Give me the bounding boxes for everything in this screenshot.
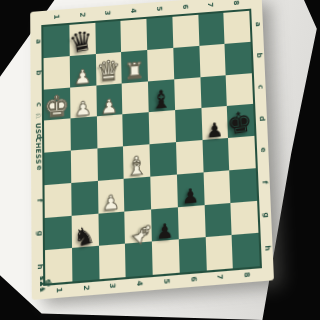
square-f7[interactable]: [203, 170, 231, 205]
coord-bottom-rank-4: 4: [135, 278, 144, 290]
piece-black-pawn-f6[interactable]: ♟: [177, 172, 204, 207]
piece-white-pawn-c3[interactable]: ♟: [96, 83, 123, 117]
square-h7[interactable]: [205, 235, 233, 270]
coord-left-file-c: c: [34, 99, 42, 110]
piece-white-pawn-b2[interactable]: ♟: [69, 54, 95, 87]
photo-frame: ♛♛♜♟♚♟♟♝♚♟♝♟♟♝♞♟ 1122334455667788aabbccd…: [0, 0, 320, 320]
piece-black-queen-a2[interactable]: ♛: [66, 22, 96, 58]
square-b1[interactable]: [44, 56, 70, 89]
square-a8[interactable]: [224, 11, 251, 44]
coord-top-rank-5: 5: [155, 4, 163, 15]
coord-top-rank-2: 2: [78, 10, 86, 21]
square-f5[interactable]: [150, 174, 177, 209]
coord-bottom-rank-3: 3: [108, 280, 117, 292]
square-b5[interactable]: [147, 48, 174, 81]
square-g8[interactable]: [231, 200, 259, 235]
piece-white-pawn-f3[interactable]: ♟: [97, 179, 124, 214]
piece-white-rook-b4[interactable]: ♜: [121, 50, 148, 83]
square-f1[interactable]: [45, 183, 72, 218]
coord-top-rank-7: 7: [206, 0, 214, 10]
square-e1[interactable]: [44, 151, 71, 185]
square-g6[interactable]: [178, 205, 206, 240]
square-h8[interactable]: [232, 233, 260, 268]
coord-right-file-d: d: [257, 113, 266, 124]
square-g3[interactable]: [98, 211, 125, 246]
us-chess-edge-branding: ♘ US CHESS: [33, 112, 43, 160]
square-c8[interactable]: [226, 73, 253, 106]
square-a4[interactable]: [121, 19, 148, 52]
us-chess-corner-logo: ♚ ♞♟♞: [38, 269, 52, 298]
piece-black-bishop-c5[interactable]: ♝: [148, 79, 175, 113]
piece-white-king-c1[interactable]: ♚: [44, 87, 70, 121]
square-e5[interactable]: [149, 142, 176, 176]
square-d2[interactable]: [70, 117, 97, 151]
piece-black-king-d8[interactable]: ♚: [224, 103, 254, 139]
coord-left-file-g: g: [35, 228, 43, 239]
coord-right-file-b: b: [254, 50, 262, 61]
coord-bottom-rank-2: 2: [81, 282, 90, 294]
square-a5[interactable]: [146, 17, 173, 50]
vinyl-chess-mat: ♛♛♜♟♚♟♟♝♚♟♝♟♟♝♞♟ 1122334455667788aabbccd…: [30, 0, 274, 300]
knight-shield-icon: ♘: [33, 112, 42, 121]
square-e2[interactable]: [71, 148, 98, 182]
coord-right-file-a: a: [253, 19, 261, 30]
square-b7[interactable]: [199, 44, 226, 77]
coord-top-rank-3: 3: [104, 8, 112, 19]
coord-bottom-rank-8: 8: [242, 269, 251, 281]
square-e3[interactable]: [97, 146, 124, 180]
coord-top-rank-1: 1: [52, 12, 60, 23]
coord-top-rank-4: 4: [129, 6, 137, 17]
square-b8[interactable]: [225, 42, 252, 75]
piece-white-bishop-e4[interactable]: ♝: [123, 144, 150, 178]
square-a6[interactable]: [172, 15, 199, 48]
square-d4[interactable]: [123, 112, 150, 146]
coord-left-file-a: a: [34, 36, 42, 47]
edge-brand-text: US CHESS: [33, 123, 41, 165]
square-b6[interactable]: [173, 46, 200, 79]
corner-logo-pieces: ♞♟♞: [38, 269, 44, 298]
coord-bottom-rank-5: 5: [162, 276, 171, 288]
square-d3[interactable]: [96, 114, 123, 148]
coord-bottom-rank-7: 7: [216, 271, 225, 283]
coord-right-file-e: e: [258, 145, 267, 156]
piece-white-queen-b3[interactable]: ♛: [95, 52, 122, 85]
coord-bottom-rank-1: 1: [55, 284, 63, 296]
coord-right-file-g: g: [261, 209, 270, 220]
coord-top-rank-8: 8: [232, 0, 240, 8]
piece-black-pawn-d7[interactable]: ♟: [201, 106, 228, 140]
square-d5[interactable]: [149, 110, 176, 144]
coord-bottom-rank-6: 6: [189, 273, 198, 285]
coord-right-file-f: f: [260, 177, 269, 188]
square-h5[interactable]: [152, 240, 180, 275]
square-d6[interactable]: [175, 108, 202, 142]
square-a7[interactable]: [198, 13, 225, 46]
coord-left-file-f: f: [35, 195, 43, 206]
square-e6[interactable]: [176, 140, 203, 174]
square-c7[interactable]: [200, 75, 227, 109]
square-f2[interactable]: [71, 181, 98, 216]
coord-left-file-b: b: [34, 68, 42, 79]
square-h6[interactable]: [179, 237, 207, 272]
piece-white-pawn-c2[interactable]: ♟: [70, 85, 97, 119]
coord-top-rank-6: 6: [181, 2, 189, 13]
piece-black-knight-g2[interactable]: ♞: [67, 212, 99, 251]
coord-right-file-c: c: [256, 81, 265, 92]
coord-right-file-h: h: [262, 242, 271, 253]
square-e7[interactable]: [202, 138, 229, 172]
square-f8[interactable]: [229, 168, 257, 203]
square-c6[interactable]: [174, 77, 201, 111]
square-f4[interactable]: [124, 176, 151, 211]
square-a3[interactable]: [95, 21, 121, 54]
square-g7[interactable]: [204, 202, 232, 237]
piece-black-pawn-g5[interactable]: ♟: [151, 207, 178, 242]
square-h3[interactable]: [98, 244, 125, 279]
square-c4[interactable]: [122, 81, 149, 115]
